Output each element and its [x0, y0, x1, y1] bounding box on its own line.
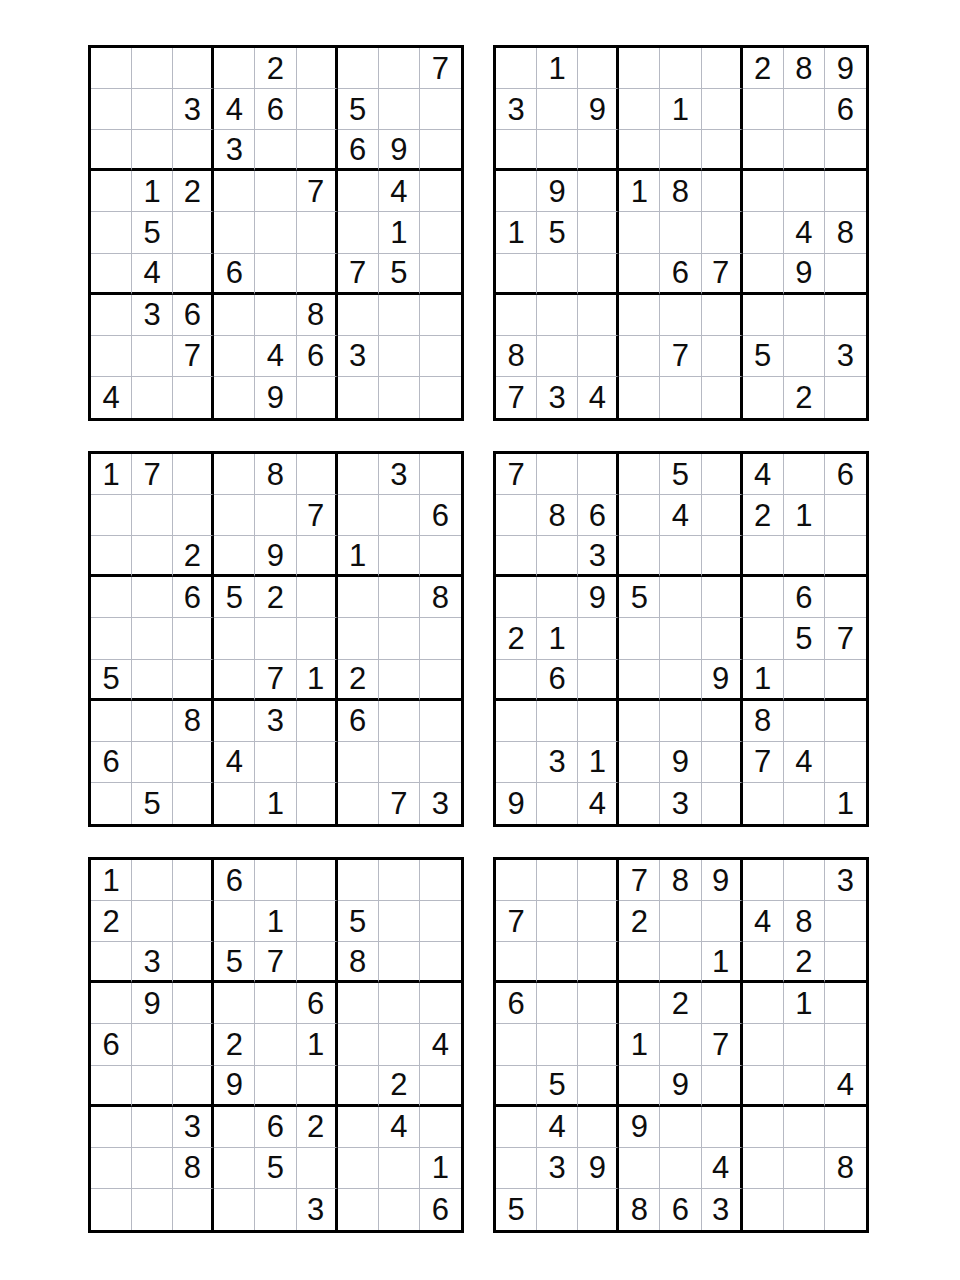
cell-r2c9[interactable]	[420, 89, 461, 130]
cell-r7c6[interactable]	[297, 701, 338, 742]
cell-r9c7[interactable]	[743, 783, 784, 824]
cell-r5c4[interactable]	[214, 212, 255, 253]
cell-r2c6[interactable]	[702, 901, 743, 942]
cell-r2c7[interactable]	[743, 89, 784, 130]
cell-r7c5[interactable]	[255, 295, 296, 336]
cell-r9c6[interactable]	[702, 377, 743, 418]
cell-r7c4[interactable]	[619, 701, 660, 742]
cell-r6c3[interactable]	[173, 1066, 214, 1107]
cell-r3c1[interactable]	[91, 942, 132, 983]
cell-r6c2[interactable]	[537, 254, 578, 295]
cell-r6c3[interactable]	[173, 254, 214, 295]
cell-r8c1[interactable]	[91, 336, 132, 377]
cell-r1c3[interactable]	[578, 454, 619, 495]
cell-r2c8[interactable]	[379, 901, 420, 942]
cell-r9c5[interactable]	[660, 377, 701, 418]
cell-r4c6[interactable]	[297, 577, 338, 618]
cell-r4c7[interactable]	[338, 577, 379, 618]
cell-r5c6[interactable]	[297, 618, 338, 659]
cell-r7c6[interactable]	[702, 295, 743, 336]
cell-r3c3[interactable]	[173, 130, 214, 171]
cell-r1c7[interactable]	[743, 860, 784, 901]
cell-r6c3[interactable]	[578, 660, 619, 701]
cell-r3c8[interactable]	[379, 942, 420, 983]
cell-r6c5[interactable]	[255, 1066, 296, 1107]
cell-r3c4[interactable]	[619, 536, 660, 577]
cell-r6c7[interactable]	[743, 1066, 784, 1107]
cell-r4c3[interactable]	[578, 983, 619, 1024]
cell-r8c1[interactable]	[496, 742, 537, 783]
cell-r1c2[interactable]	[537, 454, 578, 495]
cell-r7c9[interactable]	[825, 701, 866, 742]
cell-r3c7[interactable]	[743, 942, 784, 983]
cell-r9c9[interactable]	[825, 377, 866, 418]
cell-r1c3[interactable]	[578, 860, 619, 901]
cell-r2c7[interactable]	[338, 495, 379, 536]
cell-r7c1[interactable]	[496, 701, 537, 742]
cell-r2c3[interactable]	[173, 901, 214, 942]
cell-r5c7[interactable]	[338, 1024, 379, 1065]
cell-r5c6[interactable]	[702, 212, 743, 253]
cell-r2c6[interactable]	[297, 901, 338, 942]
cell-r6c7[interactable]	[338, 1066, 379, 1107]
cell-r8c4[interactable]	[214, 1148, 255, 1189]
cell-r4c3[interactable]	[578, 171, 619, 212]
cell-r9c7[interactable]	[338, 377, 379, 418]
cell-r2c8[interactable]	[379, 495, 420, 536]
cell-r3c1[interactable]	[91, 536, 132, 577]
cell-r6c3[interactable]	[578, 254, 619, 295]
cell-r5c5[interactable]	[255, 1024, 296, 1065]
cell-r3c7[interactable]	[743, 130, 784, 171]
cell-r5c9[interactable]	[420, 212, 461, 253]
cell-r5c7[interactable]	[338, 618, 379, 659]
cell-r6c9[interactable]	[420, 254, 461, 295]
cell-r2c2[interactable]	[132, 901, 173, 942]
cell-r4c6[interactable]	[702, 171, 743, 212]
cell-r9c9[interactable]	[825, 1189, 866, 1230]
cell-r9c6[interactable]	[297, 783, 338, 824]
cell-r3c9[interactable]	[420, 130, 461, 171]
cell-r8c7[interactable]	[743, 1148, 784, 1189]
cell-r7c5[interactable]	[660, 295, 701, 336]
cell-r8c2[interactable]	[537, 336, 578, 377]
cell-r6c3[interactable]	[578, 1066, 619, 1107]
cell-r2c6[interactable]	[702, 495, 743, 536]
cell-r5c7[interactable]	[338, 212, 379, 253]
cell-r1c4[interactable]	[619, 454, 660, 495]
cell-r6c6[interactable]	[297, 254, 338, 295]
cell-r1c3[interactable]	[173, 860, 214, 901]
cell-r7c8[interactable]	[784, 701, 825, 742]
cell-r6c1[interactable]	[496, 660, 537, 701]
cell-r9c7[interactable]	[743, 377, 784, 418]
cell-r8c8[interactable]	[784, 1148, 825, 1189]
cell-r4c3[interactable]	[173, 983, 214, 1024]
cell-r8c5[interactable]	[660, 1148, 701, 1189]
cell-r9c2[interactable]	[132, 1189, 173, 1230]
cell-r1c1[interactable]	[496, 48, 537, 89]
cell-r6c3[interactable]	[173, 660, 214, 701]
cell-r4c7[interactable]	[743, 577, 784, 618]
cell-r3c7[interactable]	[743, 536, 784, 577]
cell-r3c2[interactable]	[132, 130, 173, 171]
cell-r2c1[interactable]	[91, 495, 132, 536]
cell-r3c1[interactable]	[496, 536, 537, 577]
cell-r3c8[interactable]	[379, 536, 420, 577]
cell-r9c2[interactable]	[132, 377, 173, 418]
cell-r6c1[interactable]	[496, 1066, 537, 1107]
cell-r1c7[interactable]	[338, 860, 379, 901]
cell-r6c1[interactable]	[91, 254, 132, 295]
cell-r6c8[interactable]	[784, 1066, 825, 1107]
cell-r4c9[interactable]	[825, 577, 866, 618]
cell-r2c9[interactable]	[420, 901, 461, 942]
cell-r9c7[interactable]	[338, 1189, 379, 1230]
cell-r4c9[interactable]	[825, 983, 866, 1024]
cell-r4c9[interactable]	[825, 171, 866, 212]
cell-r4c1[interactable]	[91, 983, 132, 1024]
cell-r8c3[interactable]	[173, 742, 214, 783]
cell-r5c1[interactable]	[91, 618, 132, 659]
cell-r9c7[interactable]	[338, 783, 379, 824]
cell-r1c5[interactable]	[660, 48, 701, 89]
cell-r1c4[interactable]	[214, 48, 255, 89]
cell-r9c6[interactable]	[297, 377, 338, 418]
cell-r3c4[interactable]	[619, 130, 660, 171]
cell-r9c1[interactable]	[91, 1189, 132, 1230]
cell-r5c7[interactable]	[743, 212, 784, 253]
cell-r2c5[interactable]	[255, 495, 296, 536]
cell-r1c6[interactable]	[702, 48, 743, 89]
cell-r9c4[interactable]	[214, 783, 255, 824]
cell-r6c6[interactable]	[702, 1066, 743, 1107]
cell-r7c7[interactable]	[743, 295, 784, 336]
cell-r1c7[interactable]	[338, 48, 379, 89]
cell-r9c4[interactable]	[214, 1189, 255, 1230]
cell-r7c9[interactable]	[420, 701, 461, 742]
cell-r6c6[interactable]	[297, 1066, 338, 1107]
cell-r4c7[interactable]	[743, 983, 784, 1024]
cell-r4c1[interactable]	[496, 171, 537, 212]
cell-r5c8[interactable]	[379, 618, 420, 659]
cell-r9c6[interactable]	[702, 783, 743, 824]
cell-r1c2[interactable]	[132, 860, 173, 901]
cell-r7c9[interactable]	[825, 295, 866, 336]
cell-r9c1[interactable]	[91, 783, 132, 824]
cell-r6c4[interactable]	[619, 660, 660, 701]
cell-r6c4[interactable]	[619, 254, 660, 295]
cell-r7c9[interactable]	[420, 295, 461, 336]
cell-r4c2[interactable]	[537, 983, 578, 1024]
cell-r6c5[interactable]	[255, 254, 296, 295]
cell-r7c6[interactable]	[702, 701, 743, 742]
cell-r4c8[interactable]	[379, 983, 420, 1024]
cell-r4c2[interactable]	[537, 577, 578, 618]
cell-r5c6[interactable]	[297, 212, 338, 253]
cell-r3c9[interactable]	[420, 942, 461, 983]
cell-r3c1[interactable]	[91, 130, 132, 171]
cell-r2c2[interactable]	[537, 89, 578, 130]
cell-r5c5[interactable]	[255, 212, 296, 253]
cell-r9c2[interactable]	[537, 1189, 578, 1230]
cell-r8c6[interactable]	[297, 742, 338, 783]
cell-r3c3[interactable]	[578, 130, 619, 171]
cell-r5c1[interactable]	[496, 1024, 537, 1065]
cell-r3c5[interactable]	[660, 942, 701, 983]
cell-r3c6[interactable]	[702, 130, 743, 171]
cell-r1c9[interactable]	[420, 454, 461, 495]
cell-r7c4[interactable]	[214, 701, 255, 742]
cell-r5c7[interactable]	[743, 618, 784, 659]
cell-r3c9[interactable]	[825, 942, 866, 983]
cell-r1c3[interactable]	[578, 48, 619, 89]
cell-r5c8[interactable]	[379, 1024, 420, 1065]
cell-r5c1[interactable]	[91, 212, 132, 253]
cell-r4c1[interactable]	[91, 577, 132, 618]
cell-r4c7[interactable]	[743, 171, 784, 212]
cell-r8c8[interactable]	[379, 336, 420, 377]
cell-r1c4[interactable]	[619, 48, 660, 89]
cell-r6c9[interactable]	[420, 1066, 461, 1107]
cell-r1c7[interactable]	[338, 454, 379, 495]
cell-r1c5[interactable]	[255, 860, 296, 901]
cell-r3c4[interactable]	[214, 536, 255, 577]
cell-r8c4[interactable]	[619, 336, 660, 377]
cell-r1c3[interactable]	[173, 454, 214, 495]
cell-r4c6[interactable]	[702, 983, 743, 1024]
cell-r3c5[interactable]	[255, 130, 296, 171]
cell-r7c5[interactable]	[660, 701, 701, 742]
cell-r7c3[interactable]	[578, 295, 619, 336]
cell-r6c8[interactable]	[379, 660, 420, 701]
cell-r1c6[interactable]	[702, 454, 743, 495]
cell-r4c5[interactable]	[660, 577, 701, 618]
cell-r8c4[interactable]	[619, 742, 660, 783]
cell-r4c9[interactable]	[420, 171, 461, 212]
cell-r6c1[interactable]	[91, 1066, 132, 1107]
cell-r8c2[interactable]	[132, 1148, 173, 1189]
cell-r6c9[interactable]	[825, 254, 866, 295]
cell-r4c1[interactable]	[91, 171, 132, 212]
cell-r8c8[interactable]	[784, 336, 825, 377]
cell-r7c4[interactable]	[214, 1107, 255, 1148]
cell-r8c9[interactable]	[420, 742, 461, 783]
cell-r8c9[interactable]	[825, 742, 866, 783]
cell-r6c4[interactable]	[214, 660, 255, 701]
cell-r3c1[interactable]	[496, 942, 537, 983]
cell-r4c8[interactable]	[379, 577, 420, 618]
cell-r2c9[interactable]	[825, 901, 866, 942]
cell-r2c2[interactable]	[132, 495, 173, 536]
cell-r6c9[interactable]	[420, 660, 461, 701]
cell-r8c4[interactable]	[619, 1148, 660, 1189]
cell-r8c2[interactable]	[132, 336, 173, 377]
cell-r1c4[interactable]	[214, 454, 255, 495]
cell-r5c3[interactable]	[578, 618, 619, 659]
cell-r8c5[interactable]	[255, 742, 296, 783]
cell-r9c4[interactable]	[619, 377, 660, 418]
cell-r2c6[interactable]	[702, 89, 743, 130]
cell-r2c4[interactable]	[619, 495, 660, 536]
cell-r9c8[interactable]	[784, 783, 825, 824]
cell-r2c4[interactable]	[214, 901, 255, 942]
cell-r3c2[interactable]	[132, 536, 173, 577]
cell-r4c8[interactable]	[784, 171, 825, 212]
cell-r3c8[interactable]	[784, 536, 825, 577]
cell-r6c8[interactable]	[784, 660, 825, 701]
cell-r7c2[interactable]	[132, 701, 173, 742]
cell-r5c5[interactable]	[660, 618, 701, 659]
cell-r2c3[interactable]	[578, 901, 619, 942]
cell-r7c7[interactable]	[338, 295, 379, 336]
cell-r9c3[interactable]	[578, 1189, 619, 1230]
cell-r3c6[interactable]	[297, 942, 338, 983]
cell-r7c7[interactable]	[338, 1107, 379, 1148]
cell-r7c3[interactable]	[578, 1107, 619, 1148]
cell-r4c7[interactable]	[338, 171, 379, 212]
cell-r4c7[interactable]	[338, 983, 379, 1024]
cell-r3c8[interactable]	[784, 130, 825, 171]
cell-r3c3[interactable]	[173, 942, 214, 983]
cell-r3c9[interactable]	[825, 130, 866, 171]
cell-r7c2[interactable]	[537, 701, 578, 742]
cell-r7c4[interactable]	[619, 295, 660, 336]
cell-r3c6[interactable]	[297, 130, 338, 171]
cell-r4c4[interactable]	[214, 171, 255, 212]
cell-r2c4[interactable]	[214, 495, 255, 536]
cell-r9c8[interactable]	[784, 1189, 825, 1230]
cell-r3c9[interactable]	[420, 536, 461, 577]
cell-r5c5[interactable]	[660, 212, 701, 253]
cell-r2c2[interactable]	[537, 901, 578, 942]
cell-r4c6[interactable]	[702, 577, 743, 618]
cell-r3c9[interactable]	[825, 536, 866, 577]
cell-r5c4[interactable]	[619, 212, 660, 253]
cell-r7c1[interactable]	[91, 295, 132, 336]
cell-r1c8[interactable]	[379, 860, 420, 901]
cell-r6c9[interactable]	[825, 660, 866, 701]
cell-r7c7[interactable]	[743, 1107, 784, 1148]
cell-r5c2[interactable]	[537, 1024, 578, 1065]
cell-r5c8[interactable]	[784, 1024, 825, 1065]
cell-r1c2[interactable]	[132, 48, 173, 89]
cell-r7c2[interactable]	[132, 1107, 173, 1148]
cell-r7c5[interactable]	[660, 1107, 701, 1148]
cell-r7c8[interactable]	[784, 295, 825, 336]
cell-r1c1[interactable]	[496, 860, 537, 901]
cell-r4c4[interactable]	[619, 983, 660, 1024]
cell-r7c1[interactable]	[496, 1107, 537, 1148]
cell-r2c1[interactable]	[496, 495, 537, 536]
cell-r7c8[interactable]	[784, 1107, 825, 1148]
cell-r2c3[interactable]	[173, 495, 214, 536]
cell-r7c9[interactable]	[825, 1107, 866, 1148]
cell-r2c4[interactable]	[619, 89, 660, 130]
cell-r5c9[interactable]	[420, 618, 461, 659]
cell-r4c9[interactable]	[420, 983, 461, 1024]
cell-r9c7[interactable]	[743, 1189, 784, 1230]
cell-r4c5[interactable]	[255, 171, 296, 212]
cell-r2c5[interactable]	[660, 901, 701, 942]
cell-r8c1[interactable]	[496, 1148, 537, 1189]
cell-r5c2[interactable]	[132, 618, 173, 659]
cell-r3c2[interactable]	[537, 536, 578, 577]
cell-r5c2[interactable]	[132, 1024, 173, 1065]
cell-r5c5[interactable]	[660, 1024, 701, 1065]
cell-r3c5[interactable]	[660, 130, 701, 171]
cell-r8c8[interactable]	[379, 1148, 420, 1189]
cell-r1c9[interactable]	[420, 860, 461, 901]
cell-r2c8[interactable]	[784, 89, 825, 130]
cell-r4c5[interactable]	[255, 983, 296, 1024]
cell-r4c2[interactable]	[132, 577, 173, 618]
cell-r8c6[interactable]	[702, 336, 743, 377]
cell-r1c8[interactable]	[784, 454, 825, 495]
cell-r8c2[interactable]	[132, 742, 173, 783]
cell-r2c6[interactable]	[297, 89, 338, 130]
cell-r2c8[interactable]	[379, 89, 420, 130]
cell-r8c6[interactable]	[297, 1148, 338, 1189]
cell-r2c9[interactable]	[825, 495, 866, 536]
cell-r3c1[interactable]	[496, 130, 537, 171]
cell-r9c9[interactable]	[420, 377, 461, 418]
cell-r5c3[interactable]	[173, 618, 214, 659]
cell-r8c7[interactable]	[338, 1148, 379, 1189]
cell-r7c8[interactable]	[379, 295, 420, 336]
cell-r7c1[interactable]	[496, 295, 537, 336]
cell-r8c6[interactable]	[702, 742, 743, 783]
cell-r9c5[interactable]	[255, 1189, 296, 1230]
cell-r5c3[interactable]	[578, 212, 619, 253]
cell-r1c2[interactable]	[537, 860, 578, 901]
cell-r3c3[interactable]	[578, 942, 619, 983]
cell-r5c3[interactable]	[173, 1024, 214, 1065]
cell-r7c1[interactable]	[91, 701, 132, 742]
cell-r3c5[interactable]	[660, 536, 701, 577]
cell-r6c7[interactable]	[743, 254, 784, 295]
cell-r9c3[interactable]	[173, 377, 214, 418]
cell-r5c7[interactable]	[743, 1024, 784, 1065]
cell-r5c4[interactable]	[619, 618, 660, 659]
cell-r1c6[interactable]	[297, 454, 338, 495]
cell-r8c7[interactable]	[338, 742, 379, 783]
cell-r3c6[interactable]	[702, 536, 743, 577]
cell-r8c9[interactable]	[420, 336, 461, 377]
cell-r6c2[interactable]	[132, 660, 173, 701]
cell-r9c2[interactable]	[537, 783, 578, 824]
cell-r5c6[interactable]	[702, 618, 743, 659]
cell-r1c6[interactable]	[297, 48, 338, 89]
cell-r5c3[interactable]	[578, 1024, 619, 1065]
cell-r5c4[interactable]	[214, 618, 255, 659]
cell-r9c3[interactable]	[173, 1189, 214, 1230]
cell-r1c8[interactable]	[784, 860, 825, 901]
cell-r3c2[interactable]	[537, 942, 578, 983]
cell-r7c8[interactable]	[379, 701, 420, 742]
cell-r6c2[interactable]	[132, 1066, 173, 1107]
cell-r8c8[interactable]	[379, 742, 420, 783]
cell-r7c4[interactable]	[214, 295, 255, 336]
cell-r5c5[interactable]	[255, 618, 296, 659]
cell-r2c2[interactable]	[132, 89, 173, 130]
cell-r9c4[interactable]	[214, 377, 255, 418]
cell-r3c2[interactable]	[537, 130, 578, 171]
cell-r9c8[interactable]	[379, 377, 420, 418]
cell-r6c5[interactable]	[660, 660, 701, 701]
cell-r7c9[interactable]	[420, 1107, 461, 1148]
cell-r6c4[interactable]	[619, 1066, 660, 1107]
